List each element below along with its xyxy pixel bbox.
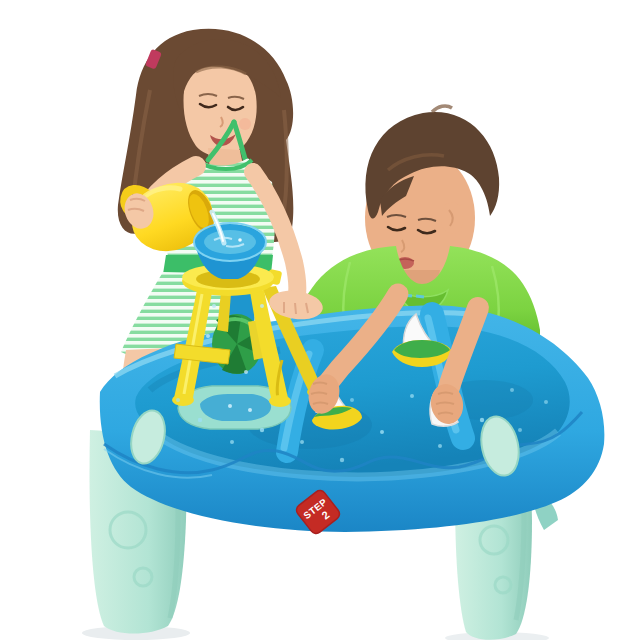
scene: STEP 2 — [0, 0, 640, 640]
product-photo: STEP 2 — [0, 0, 640, 640]
